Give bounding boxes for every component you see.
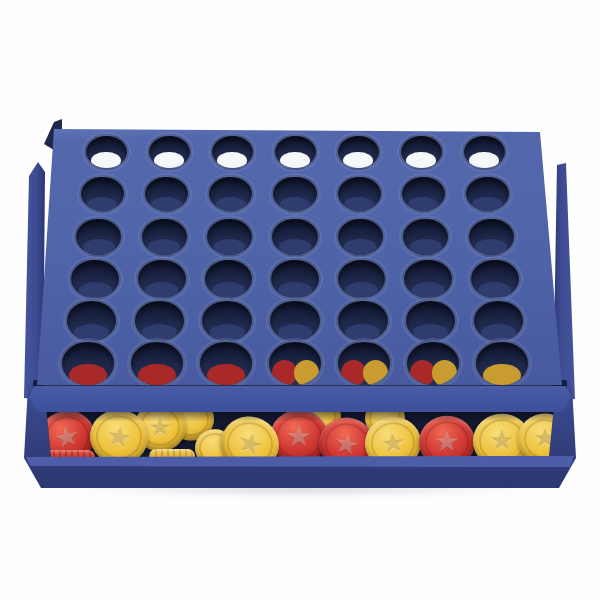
hole-peek: [83, 239, 115, 255]
hole-peek: [406, 152, 436, 169]
grid-hole-r4c3: [203, 258, 255, 300]
grid-hole-r4c4: [269, 258, 321, 300]
grid-hole-r1c3: [210, 134, 255, 170]
grid-hole-r2c6: [400, 175, 447, 213]
hole-peek: [345, 282, 378, 299]
hole-peek: [410, 239, 442, 255]
grid-hole-r1c4: [273, 134, 318, 170]
hole-peek: [294, 360, 319, 386]
hole-peek: [344, 239, 376, 255]
hole-peek: [69, 364, 106, 387]
grid-hole-r5c1: [65, 299, 119, 343]
hole-peek: [148, 239, 180, 255]
grid-hole-r4c2: [136, 258, 188, 300]
grid-hole-r6c4: [267, 340, 323, 387]
grid-hole-r5c2: [133, 299, 187, 343]
grid-hole-r6c7: [474, 340, 530, 387]
hole-peek: [344, 197, 374, 212]
hole-peek: [279, 239, 311, 255]
grid-hole-r5c3: [200, 299, 254, 343]
grid-hole-r3c5: [336, 217, 385, 257]
hole-peek: [408, 197, 438, 212]
hole-peek: [472, 197, 502, 212]
hole-peek: [154, 152, 184, 169]
hole-peek: [280, 197, 310, 212]
hole-peek: [280, 152, 310, 169]
hole-peek: [478, 282, 511, 299]
hole-peek: [469, 152, 499, 169]
grid-hole-r1c7: [462, 134, 507, 170]
grid-hole-r4c1: [69, 258, 121, 300]
hole-peek: [214, 239, 246, 255]
connect-four-product-photo: ★★★★★★★★★★: [0, 0, 600, 600]
grid-hole-r5c4: [268, 299, 322, 343]
grid-hole-r3c4: [270, 217, 319, 257]
grid-hole-r2c2: [143, 175, 190, 213]
grid-hole-r2c1: [79, 175, 126, 213]
hole-peek: [216, 197, 246, 212]
grid-hole-r3c6: [401, 217, 450, 257]
grid-hole-r6c1: [60, 340, 116, 387]
grid-hole-r1c5: [336, 134, 381, 170]
grid-hole-r6c2: [129, 340, 185, 387]
hole-peek: [145, 282, 178, 299]
hole-peek: [278, 282, 311, 299]
grid-hole-r5c7: [472, 299, 526, 343]
hole-peek: [432, 360, 457, 386]
grid-hole-r5c6: [404, 299, 458, 343]
hole-peek: [207, 364, 244, 387]
grid-hole-r1c1: [84, 134, 129, 170]
hole-peek: [363, 360, 388, 386]
grid-front-rail: [29, 386, 571, 412]
grid-hole-r3c1: [74, 217, 123, 257]
grid-hole-r4c7: [469, 258, 521, 300]
grid-hole-r2c7: [464, 175, 511, 213]
grid-hole-r1c2: [147, 134, 192, 170]
hole-peek: [79, 282, 112, 299]
hole-peek: [91, 152, 121, 169]
hole-peek: [138, 364, 175, 387]
hole-peek: [412, 282, 445, 299]
grid-hole-r3c3: [205, 217, 254, 257]
hole-peek: [475, 239, 507, 255]
grid-hole-r2c5: [336, 175, 383, 213]
connect-four-grid: [30, 126, 570, 388]
hole-peek: [212, 282, 245, 299]
grid-hole-r6c5: [336, 340, 392, 387]
grid-hole-r4c6: [402, 258, 454, 300]
grid-hole-r3c7: [467, 217, 516, 257]
hole-peek: [217, 152, 247, 169]
grid-hole-r6c3: [198, 340, 254, 387]
grid-hole-r4c5: [336, 258, 388, 300]
grid-hole-r5c5: [336, 299, 390, 343]
grid-hole-r2c4: [271, 175, 318, 213]
tray-front-lip: [26, 456, 574, 467]
hole-peek: [483, 364, 520, 387]
grid-hole-r6c6: [405, 340, 461, 387]
grid-hole-r1c6: [399, 134, 444, 170]
hole-peek: [343, 152, 373, 169]
grid-hole-r2c3: [207, 175, 254, 213]
hole-peek: [151, 197, 181, 212]
hole-peek: [87, 197, 117, 212]
grid-hole-r3c2: [140, 217, 189, 257]
